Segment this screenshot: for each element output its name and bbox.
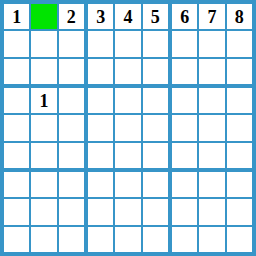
cell-r2c7[interactable] (199, 59, 224, 84)
sudoku-box-5 (172, 88, 252, 168)
cell-r4c3[interactable] (88, 115, 113, 140)
cell-r7c5[interactable] (143, 199, 168, 224)
cell-r3c5[interactable] (143, 88, 168, 113)
cell-r3c0[interactable] (4, 88, 29, 113)
cell-r8c7[interactable] (199, 227, 224, 252)
sudoku-box-7 (88, 172, 168, 252)
cell-r8c8[interactable] (227, 227, 252, 252)
cell-r3c2[interactable] (59, 88, 84, 113)
cell-r8c2[interactable] (59, 227, 84, 252)
sudoku-box-4 (88, 88, 168, 168)
cell-r5c3[interactable] (88, 143, 113, 168)
cell-r2c0[interactable] (4, 59, 29, 84)
cell-r7c4[interactable] (115, 199, 140, 224)
cell-r8c3[interactable] (88, 227, 113, 252)
cell-r3c4[interactable] (115, 88, 140, 113)
cell-r1c3[interactable] (88, 31, 113, 56)
cell-r0c2[interactable]: 2 (59, 4, 84, 29)
cell-r4c6[interactable] (172, 115, 197, 140)
cell-r5c1[interactable] (31, 143, 56, 168)
cell-r5c4[interactable] (115, 143, 140, 168)
cell-r2c8[interactable] (227, 59, 252, 84)
cell-r0c6[interactable]: 6 (172, 4, 197, 29)
cell-r3c1[interactable]: 1 (31, 88, 56, 113)
cell-r7c1[interactable] (31, 199, 56, 224)
sudoku-board: 123456781 (0, 0, 256, 256)
cell-r0c7[interactable]: 7 (199, 4, 224, 29)
cell-r4c2[interactable] (59, 115, 84, 140)
cell-r5c7[interactable] (199, 143, 224, 168)
cell-r8c6[interactable] (172, 227, 197, 252)
cell-r3c8[interactable] (227, 88, 252, 113)
cell-r6c8[interactable] (227, 172, 252, 197)
cell-r4c4[interactable] (115, 115, 140, 140)
sudoku-box-0: 12 (4, 4, 84, 84)
cell-r5c8[interactable] (227, 143, 252, 168)
highlighted-cell-r0c1[interactable] (31, 4, 56, 29)
cell-r6c2[interactable] (59, 172, 84, 197)
cell-r4c7[interactable] (199, 115, 224, 140)
cell-r5c0[interactable] (4, 143, 29, 168)
cell-r4c8[interactable] (227, 115, 252, 140)
cell-r6c7[interactable] (199, 172, 224, 197)
cell-r7c0[interactable] (4, 199, 29, 224)
cell-r1c8[interactable] (227, 31, 252, 56)
cell-r4c1[interactable] (31, 115, 56, 140)
cell-r2c4[interactable] (115, 59, 140, 84)
cell-r2c6[interactable] (172, 59, 197, 84)
cell-r7c2[interactable] (59, 199, 84, 224)
cell-r6c0[interactable] (4, 172, 29, 197)
cell-r0c0[interactable]: 1 (4, 4, 29, 29)
cell-r5c2[interactable] (59, 143, 84, 168)
cell-r0c8[interactable]: 8 (227, 4, 252, 29)
cell-r6c1[interactable] (31, 172, 56, 197)
cell-r1c6[interactable] (172, 31, 197, 56)
cell-r7c8[interactable] (227, 199, 252, 224)
cell-r0c4[interactable]: 4 (115, 4, 140, 29)
cell-r1c1[interactable] (31, 31, 56, 56)
cell-r0c5[interactable]: 5 (143, 4, 168, 29)
sudoku-box-8 (172, 172, 252, 252)
cell-r1c0[interactable] (4, 31, 29, 56)
cell-r5c6[interactable] (172, 143, 197, 168)
sudoku-box-3: 1 (4, 88, 84, 168)
cell-r3c6[interactable] (172, 88, 197, 113)
cell-r8c0[interactable] (4, 227, 29, 252)
cell-r3c3[interactable] (88, 88, 113, 113)
sudoku-box-2: 678 (172, 4, 252, 84)
cell-r2c2[interactable] (59, 59, 84, 84)
cell-r7c7[interactable] (199, 199, 224, 224)
cell-r6c4[interactable] (115, 172, 140, 197)
sudoku-box-6 (4, 172, 84, 252)
cell-r4c0[interactable] (4, 115, 29, 140)
cell-r8c1[interactable] (31, 227, 56, 252)
cell-r2c3[interactable] (88, 59, 113, 84)
cell-r1c7[interactable] (199, 31, 224, 56)
cell-r3c7[interactable] (199, 88, 224, 113)
cell-r1c2[interactable] (59, 31, 84, 56)
cell-r6c3[interactable] (88, 172, 113, 197)
cell-r6c6[interactable] (172, 172, 197, 197)
cell-r2c1[interactable] (31, 59, 56, 84)
cell-r2c5[interactable] (143, 59, 168, 84)
cell-r8c4[interactable] (115, 227, 140, 252)
cell-r7c3[interactable] (88, 199, 113, 224)
cell-r0c3[interactable]: 3 (88, 4, 113, 29)
cell-r7c6[interactable] (172, 199, 197, 224)
cell-r6c5[interactable] (143, 172, 168, 197)
cell-r5c5[interactable] (143, 143, 168, 168)
sudoku-box-1: 345 (88, 4, 168, 84)
cell-r1c5[interactable] (143, 31, 168, 56)
cell-r4c5[interactable] (143, 115, 168, 140)
cell-r1c4[interactable] (115, 31, 140, 56)
cell-r8c5[interactable] (143, 227, 168, 252)
